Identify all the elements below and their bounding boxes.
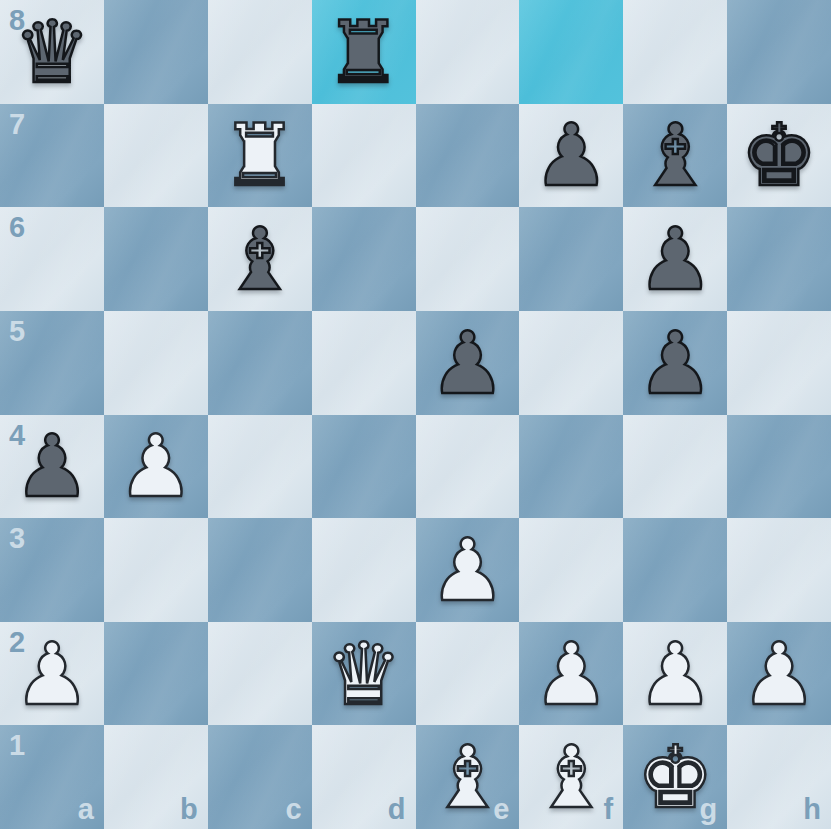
square-h5[interactable]: [727, 311, 831, 415]
square-b2[interactable]: [104, 622, 208, 726]
square-e1[interactable]: e♝: [416, 725, 520, 829]
black-king-h7[interactable]: ♚: [741, 112, 818, 198]
square-c2[interactable]: [208, 622, 312, 726]
square-c3[interactable]: [208, 518, 312, 622]
square-d6[interactable]: [312, 207, 416, 311]
square-f2[interactable]: ♟: [519, 622, 623, 726]
square-f4[interactable]: [519, 415, 623, 519]
square-a8[interactable]: 8♛: [0, 0, 104, 104]
square-b4[interactable]: ♟: [104, 415, 208, 519]
rank-label-3: 3: [9, 524, 25, 553]
square-b8[interactable]: [104, 0, 208, 104]
square-g1[interactable]: g♚: [623, 725, 727, 829]
square-h8[interactable]: [727, 0, 831, 104]
square-c5[interactable]: [208, 311, 312, 415]
white-bishop-e1[interactable]: ♝: [429, 734, 506, 820]
square-f5[interactable]: [519, 311, 623, 415]
square-e7[interactable]: [416, 104, 520, 208]
white-bishop-f1[interactable]: ♝: [533, 734, 610, 820]
square-b5[interactable]: [104, 311, 208, 415]
square-b1[interactable]: b: [104, 725, 208, 829]
white-pawn-f2[interactable]: ♟: [533, 631, 610, 717]
square-c1[interactable]: c: [208, 725, 312, 829]
square-a5[interactable]: 5: [0, 311, 104, 415]
chess-board: 8♛♜7♜♟♝♚6♝♟5♟♟4♟♟3♟2♟♛♟♟♟1abcde♝f♝g♚h: [0, 0, 831, 829]
rank-label-7: 7: [9, 110, 25, 139]
square-g6[interactable]: ♟: [623, 207, 727, 311]
square-a4[interactable]: 4♟: [0, 415, 104, 519]
white-rook-c7[interactable]: ♜: [221, 112, 298, 198]
square-f3[interactable]: [519, 518, 623, 622]
square-a3[interactable]: 3: [0, 518, 104, 622]
square-d8[interactable]: ♜: [312, 0, 416, 104]
square-e6[interactable]: [416, 207, 520, 311]
square-f6[interactable]: [519, 207, 623, 311]
square-c8[interactable]: [208, 0, 312, 104]
square-a6[interactable]: 6: [0, 207, 104, 311]
square-e4[interactable]: [416, 415, 520, 519]
square-a1[interactable]: 1a: [0, 725, 104, 829]
black-queen-a8[interactable]: ♛: [13, 9, 90, 95]
square-h1[interactable]: h: [727, 725, 831, 829]
black-pawn-e5[interactable]: ♟: [429, 320, 506, 406]
white-pawn-g2[interactable]: ♟: [637, 631, 714, 717]
square-f7[interactable]: ♟: [519, 104, 623, 208]
square-d1[interactable]: d: [312, 725, 416, 829]
square-g8[interactable]: [623, 0, 727, 104]
square-h7[interactable]: ♚: [727, 104, 831, 208]
file-label-d: d: [388, 795, 406, 824]
white-king-g1[interactable]: ♚: [637, 734, 714, 820]
square-e8[interactable]: [416, 0, 520, 104]
file-label-b: b: [180, 795, 198, 824]
square-d2[interactable]: ♛: [312, 622, 416, 726]
square-e3[interactable]: ♟: [416, 518, 520, 622]
square-b6[interactable]: [104, 207, 208, 311]
square-d4[interactable]: [312, 415, 416, 519]
black-pawn-a4[interactable]: ♟: [13, 423, 90, 509]
square-g5[interactable]: ♟: [623, 311, 727, 415]
square-a2[interactable]: 2♟: [0, 622, 104, 726]
rank-label-6: 6: [9, 213, 25, 242]
rank-label-5: 5: [9, 317, 25, 346]
white-pawn-h2[interactable]: ♟: [741, 631, 818, 717]
file-label-c: c: [285, 795, 301, 824]
square-h4[interactable]: [727, 415, 831, 519]
square-h3[interactable]: [727, 518, 831, 622]
square-f8[interactable]: [519, 0, 623, 104]
white-queen-d2[interactable]: ♛: [325, 631, 402, 717]
square-e5[interactable]: ♟: [416, 311, 520, 415]
black-rook-d8[interactable]: ♜: [325, 9, 402, 95]
black-pawn-g5[interactable]: ♟: [637, 320, 714, 406]
black-pawn-f7[interactable]: ♟: [533, 112, 610, 198]
black-bishop-c6[interactable]: ♝: [221, 216, 298, 302]
black-pawn-g6[interactable]: ♟: [637, 216, 714, 302]
file-label-h: h: [803, 795, 821, 824]
square-b7[interactable]: [104, 104, 208, 208]
white-pawn-a2[interactable]: ♟: [13, 631, 90, 717]
square-d5[interactable]: [312, 311, 416, 415]
square-h2[interactable]: ♟: [727, 622, 831, 726]
square-g7[interactable]: ♝: [623, 104, 727, 208]
white-pawn-b4[interactable]: ♟: [117, 423, 194, 509]
file-label-a: a: [78, 795, 94, 824]
black-bishop-g7[interactable]: ♝: [637, 112, 714, 198]
square-c4[interactable]: [208, 415, 312, 519]
square-g2[interactable]: ♟: [623, 622, 727, 726]
square-b3[interactable]: [104, 518, 208, 622]
square-d3[interactable]: [312, 518, 416, 622]
square-g3[interactable]: [623, 518, 727, 622]
square-d7[interactable]: [312, 104, 416, 208]
square-h6[interactable]: [727, 207, 831, 311]
square-g4[interactable]: [623, 415, 727, 519]
rank-label-1: 1: [9, 731, 25, 760]
square-a7[interactable]: 7: [0, 104, 104, 208]
square-f1[interactable]: f♝: [519, 725, 623, 829]
white-pawn-e3[interactable]: ♟: [429, 527, 506, 613]
square-c7[interactable]: ♜: [208, 104, 312, 208]
square-c6[interactable]: ♝: [208, 207, 312, 311]
square-e2[interactable]: [416, 622, 520, 726]
